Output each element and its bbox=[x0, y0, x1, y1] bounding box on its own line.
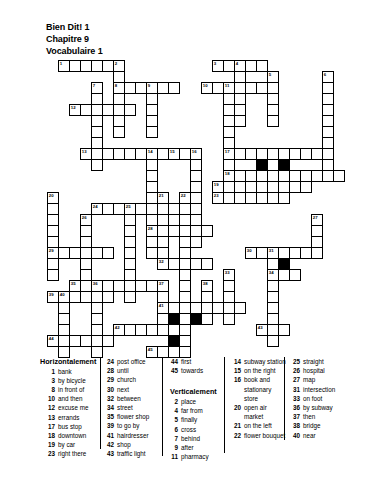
clue-text: until bbox=[114, 366, 160, 375]
across-header: Horizontalement bbox=[40, 357, 102, 367]
clues-across-column-2: 24post office28until29church30next32betw… bbox=[103, 357, 161, 458]
clue-item-31: 31intersection bbox=[288, 385, 350, 394]
cell-number: 28 bbox=[148, 226, 153, 231]
cell-number: 38 bbox=[203, 281, 208, 286]
clue-text: right there bbox=[55, 449, 100, 458]
cell-number: 24 bbox=[93, 204, 98, 209]
clue-number: 33 bbox=[288, 394, 300, 403]
grid-cell[interactable] bbox=[234, 115, 246, 127]
clue-item-38: 38bridge bbox=[288, 421, 350, 430]
down-header: Verticalement bbox=[170, 387, 224, 397]
clue-number: 23 bbox=[40, 449, 55, 458]
clue-number: 18 bbox=[40, 431, 55, 440]
cell-number: 13 bbox=[82, 149, 87, 154]
clue-number: 38 bbox=[288, 421, 300, 430]
clue-item-4: 4far from bbox=[166, 406, 224, 415]
cell-number: 18 bbox=[225, 171, 230, 176]
clue-item-22: 22flower bouquet bbox=[229, 431, 287, 440]
cell-number: 39 bbox=[49, 292, 54, 297]
cell-number: 17 bbox=[225, 149, 230, 154]
clue-number: 5 bbox=[166, 415, 178, 424]
grid-cell[interactable] bbox=[201, 225, 213, 237]
cell-number: 41 bbox=[159, 303, 164, 308]
clue-text: bank bbox=[55, 367, 100, 376]
worksheet-title-line-3: Vocabulaire 1 bbox=[46, 46, 103, 56]
cell-number: 27 bbox=[313, 215, 318, 220]
clue-column-divider bbox=[100, 357, 101, 449]
clue-item-14: 14subway station bbox=[229, 357, 287, 366]
clue-number: 17 bbox=[40, 422, 55, 431]
clue-text: intersection bbox=[300, 385, 349, 394]
clue-text: in front of bbox=[55, 385, 100, 394]
clue-text: place bbox=[178, 397, 221, 406]
clue-item-1: 1bank bbox=[40, 367, 102, 376]
clue-text: flower bouquet bbox=[241, 431, 286, 440]
clue-text: after bbox=[178, 443, 221, 452]
clues-across-column-1: Horizontalement1bank3by bicycle8in front… bbox=[40, 357, 102, 459]
grid-cell[interactable] bbox=[267, 115, 279, 127]
clue-item-19: 19by car bbox=[40, 440, 102, 449]
cell-number: 36 bbox=[93, 281, 98, 286]
clue-text: pharmacy bbox=[178, 452, 221, 461]
clue-number: 8 bbox=[40, 385, 55, 394]
clue-item-26: 26hospital bbox=[288, 366, 350, 375]
clue-text: church bbox=[114, 375, 160, 384]
clue-item-17: 17bus stop bbox=[40, 422, 102, 431]
clue-item-28: 28until bbox=[103, 366, 161, 375]
worksheet-title-line-1: Bien Dit! 1 bbox=[46, 22, 89, 32]
clue-number: 6 bbox=[166, 425, 178, 434]
clue-text: between bbox=[114, 394, 160, 403]
cell-number: 23 bbox=[214, 193, 219, 198]
clue-number: 12 bbox=[40, 403, 55, 412]
cell-number: 7 bbox=[93, 83, 95, 88]
clue-text: on the left bbox=[241, 421, 286, 430]
clue-text: open air market bbox=[241, 403, 286, 421]
clue-number: 25 bbox=[288, 357, 300, 366]
cell-number: 9 bbox=[148, 83, 150, 88]
clue-number: 4 bbox=[166, 406, 178, 415]
clue-number: 20 bbox=[229, 403, 241, 412]
clue-item-35: 35flower shop bbox=[103, 412, 161, 421]
clue-item-24: 24post office bbox=[103, 357, 161, 366]
cell-number: 30 bbox=[247, 248, 252, 253]
clue-number: 15 bbox=[229, 366, 241, 375]
clue-text: hospital bbox=[300, 366, 349, 375]
clue-item-27: 27map bbox=[288, 375, 350, 384]
cell-number: 14 bbox=[148, 149, 153, 154]
clue-text: on foot bbox=[300, 394, 349, 403]
clues-mixed-column-3: 44first45towardsVerticalement2place4far … bbox=[166, 357, 224, 461]
clue-number: 35 bbox=[103, 412, 114, 421]
grid-cell[interactable] bbox=[300, 181, 312, 193]
clue-number: 32 bbox=[103, 394, 114, 403]
cell-number: 20 bbox=[49, 193, 54, 198]
clue-item-32: 32between bbox=[103, 394, 161, 403]
clue-number: 13 bbox=[40, 413, 55, 422]
cell-number: 25 bbox=[126, 204, 131, 209]
clue-item-6: 6cross bbox=[166, 425, 224, 434]
clue-item-13: 13errands bbox=[40, 413, 102, 422]
cell-number: 15 bbox=[170, 149, 175, 154]
clue-column-divider bbox=[162, 357, 163, 456]
spacer bbox=[166, 375, 224, 387]
clue-item-16: 16book and stationary store bbox=[229, 375, 287, 403]
clue-number: 1 bbox=[40, 367, 55, 376]
clue-text: by bicycle bbox=[55, 376, 100, 385]
cell-number: 16 bbox=[192, 149, 197, 154]
grid-cell[interactable] bbox=[91, 159, 103, 171]
clue-item-25: 25straight bbox=[288, 357, 350, 366]
clue-item-21: 21on the left bbox=[229, 421, 287, 430]
clue-text: bus stop bbox=[55, 422, 100, 431]
clue-text: subway station bbox=[241, 357, 286, 366]
cell-number: 1 bbox=[60, 61, 62, 66]
clue-text: bridge bbox=[300, 421, 349, 430]
clue-item-40: 40near bbox=[288, 431, 350, 440]
clues-down-column-5: 25straight26hospital27map31intersection3… bbox=[288, 357, 350, 440]
grid-cell[interactable] bbox=[201, 258, 213, 270]
clue-item-29: 29church bbox=[103, 375, 161, 384]
worksheet-title-line-2: Chapitre 9 bbox=[46, 34, 89, 44]
clue-text: to go by bbox=[114, 421, 160, 430]
grid-cell[interactable] bbox=[311, 247, 323, 259]
cell-number: 34 bbox=[269, 270, 274, 275]
clue-number: 44 bbox=[166, 357, 178, 366]
grid-cell[interactable] bbox=[113, 126, 125, 138]
clue-text: downtown bbox=[55, 431, 100, 440]
clue-item-12: 12excuse me bbox=[40, 403, 102, 412]
clue-item-42: 42shop bbox=[103, 440, 161, 449]
clue-text: errands bbox=[55, 413, 100, 422]
clue-item-44: 44first bbox=[166, 357, 224, 366]
clue-number: 28 bbox=[103, 366, 114, 375]
clue-text: straight bbox=[300, 357, 349, 366]
grid-cell[interactable] bbox=[124, 291, 136, 303]
clue-text: excuse me bbox=[55, 403, 100, 412]
clue-number: 30 bbox=[103, 385, 114, 394]
clue-text: traffic light bbox=[114, 449, 160, 458]
cell-number: 11 bbox=[225, 83, 230, 88]
grid-cell[interactable] bbox=[267, 335, 279, 347]
clue-item-7: 7behind bbox=[166, 434, 224, 443]
clue-text: behind bbox=[178, 434, 221, 443]
clue-item-5: 5finally bbox=[166, 415, 224, 424]
clue-number: 26 bbox=[288, 366, 300, 375]
grid-cell[interactable] bbox=[102, 335, 114, 347]
clue-text: flower shop bbox=[114, 412, 160, 421]
cell-number: 12 bbox=[71, 105, 76, 110]
clue-item-18: 18downtown bbox=[40, 431, 102, 440]
worksheet-page: { "game": "crossword", "title_lines": ["… bbox=[0, 0, 386, 500]
clue-number: 10 bbox=[40, 394, 55, 403]
cell-number: 21 bbox=[159, 193, 164, 198]
clue-item-41: 41hairdresser bbox=[103, 431, 161, 440]
clue-number: 11 bbox=[166, 452, 178, 461]
clue-item-43: 43traffic light bbox=[103, 449, 161, 458]
cell-number: 31 bbox=[269, 248, 274, 253]
clue-number: 7 bbox=[166, 434, 178, 443]
clue-item-9: 9after bbox=[166, 443, 224, 452]
grid-cell[interactable] bbox=[223, 313, 235, 325]
cell-number: 45 bbox=[148, 347, 153, 352]
cell-number: 35 bbox=[71, 281, 76, 286]
clue-number: 37 bbox=[288, 412, 300, 421]
cell-number: 5 bbox=[269, 72, 271, 77]
clue-number: 16 bbox=[229, 375, 241, 384]
clue-number: 34 bbox=[103, 403, 114, 412]
clue-number: 14 bbox=[229, 357, 241, 366]
clue-item-8: 8in front of bbox=[40, 385, 102, 394]
clue-number: 29 bbox=[103, 375, 114, 384]
clue-text: on the right bbox=[241, 366, 286, 375]
cell-number: 6 bbox=[324, 72, 326, 77]
grid-cell[interactable] bbox=[102, 247, 114, 259]
clue-text: and then bbox=[55, 394, 100, 403]
grid-cell[interactable] bbox=[102, 291, 114, 303]
cell-number: 29 bbox=[49, 248, 54, 253]
cell-number: 42 bbox=[115, 325, 120, 330]
clue-number: 24 bbox=[103, 357, 114, 366]
clue-number: 36 bbox=[288, 403, 300, 412]
clue-column-divider bbox=[284, 357, 285, 440]
cell-number: 8 bbox=[115, 83, 117, 88]
clue-text: cross bbox=[178, 425, 221, 434]
clue-text: hairdresser bbox=[114, 431, 160, 440]
grid-cell[interactable] bbox=[333, 170, 345, 182]
clue-number: 42 bbox=[103, 440, 114, 449]
clue-item-45: 45towards bbox=[166, 366, 224, 375]
clue-text: book and stationary store bbox=[241, 375, 286, 403]
grid-cell[interactable] bbox=[201, 313, 213, 325]
clue-text: finally bbox=[178, 415, 221, 424]
clue-text: map bbox=[300, 375, 349, 384]
grid-cell[interactable] bbox=[234, 302, 246, 314]
clue-text: far from bbox=[178, 406, 221, 415]
cell-number: 3 bbox=[214, 61, 216, 66]
clue-number: 22 bbox=[229, 431, 241, 440]
clue-number: 21 bbox=[229, 421, 241, 430]
clue-item-33: 33on foot bbox=[288, 394, 350, 403]
cell-number: 4 bbox=[236, 61, 238, 66]
clue-text: first bbox=[178, 357, 221, 366]
clue-column-divider bbox=[224, 357, 225, 453]
clue-item-20: 20open air market bbox=[229, 403, 287, 421]
cell-number: 10 bbox=[203, 83, 208, 88]
clue-number: 27 bbox=[288, 375, 300, 384]
clue-number: 41 bbox=[103, 431, 114, 440]
grid-cell[interactable] bbox=[278, 192, 290, 204]
clue-item-30: 30next bbox=[103, 385, 161, 394]
cell-number: 19 bbox=[214, 182, 219, 187]
clue-number: 39 bbox=[103, 421, 114, 430]
clue-item-11: 11pharmacy bbox=[166, 452, 224, 461]
cell-number: 26 bbox=[82, 215, 87, 220]
cell-number: 22 bbox=[181, 193, 186, 198]
grid-cell[interactable] bbox=[289, 269, 301, 281]
cell-number: 33 bbox=[225, 270, 230, 275]
clue-item-39: 39to go by bbox=[103, 421, 161, 430]
clue-text: near bbox=[300, 431, 349, 440]
cell-number: 43 bbox=[258, 325, 263, 330]
clue-item-34: 34street bbox=[103, 403, 161, 412]
clue-item-37: 37then bbox=[288, 412, 350, 421]
clue-number: 19 bbox=[40, 440, 55, 449]
clue-item-10: 10and then bbox=[40, 394, 102, 403]
clue-text: post office bbox=[114, 357, 160, 366]
clue-item-36: 36by subway bbox=[288, 403, 350, 412]
grid-cell[interactable] bbox=[190, 236, 202, 248]
cell-number: 32 bbox=[159, 259, 164, 264]
cell-number: 37 bbox=[159, 281, 164, 286]
cell-number: 2 bbox=[115, 61, 117, 66]
clue-text: shop bbox=[114, 440, 160, 449]
clue-text: then bbox=[300, 412, 349, 421]
clue-number: 43 bbox=[103, 449, 114, 458]
clue-number: 45 bbox=[166, 366, 178, 375]
clue-item-3: 3by bicycle bbox=[40, 376, 102, 385]
grid-cell[interactable] bbox=[47, 269, 59, 281]
clue-text: by car bbox=[55, 440, 100, 449]
grid-cell[interactable] bbox=[146, 126, 158, 138]
clue-number: 2 bbox=[166, 397, 178, 406]
clue-item-23: 23right there bbox=[40, 449, 102, 458]
clue-item-2: 2place bbox=[166, 397, 224, 406]
clues-down-column-4: 14subway station15on the right16book and… bbox=[229, 357, 287, 440]
cell-number: 40 bbox=[60, 292, 65, 297]
clue-number: 9 bbox=[166, 443, 178, 452]
grid-cell[interactable] bbox=[278, 324, 290, 336]
clue-number: 3 bbox=[40, 376, 55, 385]
cell-number: 44 bbox=[49, 336, 54, 341]
clue-text: towards bbox=[178, 366, 221, 375]
grid-cell[interactable] bbox=[168, 82, 180, 94]
clue-number: 31 bbox=[288, 385, 300, 394]
clue-text: next bbox=[114, 385, 160, 394]
clue-text: by subway bbox=[300, 403, 349, 412]
clue-text: street bbox=[114, 403, 160, 412]
grid-cell[interactable] bbox=[124, 104, 136, 116]
clue-number: 40 bbox=[288, 431, 300, 440]
clue-item-15: 15on the right bbox=[229, 366, 287, 375]
